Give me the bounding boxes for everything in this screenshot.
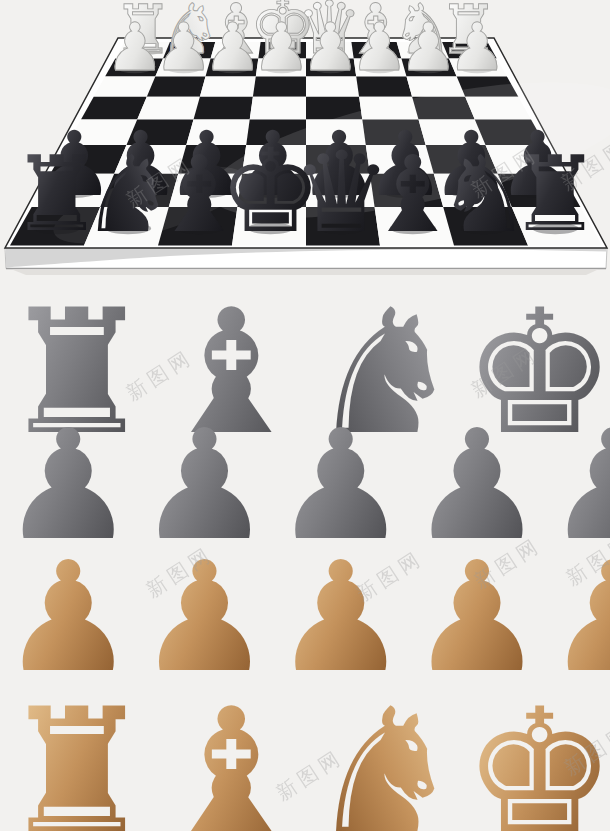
tan-bishop-piece: ♝: [154, 686, 308, 831]
board-square: [250, 97, 306, 120]
piece-shadow: [361, 48, 391, 56]
piece-shadow: [175, 48, 205, 56]
piece-shadow: [268, 48, 298, 56]
piece-shadow: [532, 223, 578, 235]
piece-shadow: [364, 65, 396, 73]
board-square: [253, 77, 306, 97]
piece-shadow: [318, 187, 361, 198]
piece-shadow: [217, 65, 249, 73]
board-square: [186, 119, 249, 144]
chess-board-graphic: [0, 0, 610, 292]
piece-shadow: [247, 223, 293, 235]
piece-cell: ♜: [0, 686, 154, 831]
piece-shadow: [185, 187, 228, 198]
piece-cell: ♞: [308, 686, 462, 831]
illustration-canvas: ♜♞♝♛♚♝♞♜♟♟♟♟♟♟♟♟♟♟♟♟♟♟♟♟♜♞♝♛♚♝♞♜ ♜♝♞♚♛♞♝…: [0, 0, 610, 831]
piece-shadow: [407, 48, 437, 56]
piece-cell: ♚: [463, 686, 610, 831]
piece-shadow: [516, 187, 559, 198]
piece-shadow: [176, 223, 222, 235]
board-square: [127, 119, 194, 144]
board-square: [356, 77, 412, 97]
piece-shadow: [119, 187, 162, 198]
piece-shadow: [266, 65, 298, 73]
board-square: [137, 97, 200, 120]
board-square: [114, 145, 186, 174]
piece-shadow: [251, 187, 294, 198]
piece-shadow: [450, 187, 493, 198]
piece-shadow: [128, 48, 158, 56]
tan-knight-piece: ♞: [308, 686, 462, 831]
piece-shadow: [53, 187, 96, 198]
piece-shadow: [105, 223, 151, 235]
piece-shadow: [461, 65, 493, 73]
piece-shadow: [168, 65, 200, 73]
chess-board: ♜♞♝♛♚♝♞♜♟♟♟♟♟♟♟♟♟♟♟♟♟♟♟♟♜♞♝♛♚♝♞♜: [0, 0, 610, 292]
piece-shadow: [314, 48, 344, 56]
tan-king-piece: ♚: [463, 686, 610, 831]
tan-major-pieces-row: ♜♝♞♚♛♞♝♜: [0, 686, 610, 831]
piece-shadow: [221, 48, 251, 56]
piece-shadow: [412, 65, 444, 73]
board-square: [147, 77, 206, 97]
board-square: [194, 97, 253, 120]
tan-rook-piece: ♜: [0, 686, 154, 831]
piece-shadow: [384, 187, 427, 198]
board-square: [306, 77, 359, 97]
piece-shadow: [34, 223, 80, 235]
piece-shadow: [315, 65, 347, 73]
piece-shadow: [319, 223, 365, 235]
piece-shadow: [454, 48, 484, 56]
piece-shadow: [119, 65, 151, 73]
board-square: [200, 77, 256, 97]
piece-shadow: [390, 223, 436, 235]
piece-shadow: [461, 223, 507, 235]
piece-cell: ♝: [154, 686, 308, 831]
